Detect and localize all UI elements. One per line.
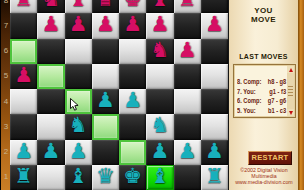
square-h5[interactable] [201,64,228,89]
right-frame [298,0,304,190]
square-a7[interactable] [10,13,37,38]
white-pawn[interactable]: ♟ [123,90,142,113]
square-a1[interactable]: ♜ [10,165,37,190]
black-rook[interactable]: ♜ [14,0,33,12]
square-d7[interactable]: ♟ [92,13,119,38]
square-g5[interactable] [174,64,201,89]
square-e7[interactable]: ♟ [119,13,146,38]
chess-app-window: 87654321 ♜♞♝♛♚♝♜♟♟♟♟♟♟♞♟♟♟♟♞♞♟♟♟♟♟♟♜♝♛♚♝… [0,0,304,190]
square-f1[interactable]: ♝ [146,165,173,190]
last-moves-title: LAST MOVES [229,53,298,60]
turn-line-2: MOVE [229,16,298,25]
square-e2[interactable] [119,140,146,165]
turn-indicator: YOU MOVE [229,7,298,24]
black-pawn[interactable]: ♟ [96,14,115,37]
square-g8[interactable]: ♜ [174,0,201,13]
square-e3[interactable] [119,114,146,139]
square-b1[interactable] [37,165,64,190]
move-player-label: 8. Comp: [237,77,261,87]
scroll-up-button[interactable] [287,66,294,73]
white-knight[interactable]: ♞ [69,115,88,138]
move-list-scrollbar[interactable] [287,66,294,116]
square-d6[interactable] [92,39,119,64]
white-pawn[interactable]: ♟ [150,141,169,164]
square-g4[interactable] [174,89,201,114]
white-queen[interactable]: ♛ [96,166,115,189]
rank-label-3: 3 [1,123,10,131]
square-c6[interactable] [65,39,92,64]
restart-button[interactable]: RESTART [248,151,292,165]
white-king[interactable]: ♚ [123,166,142,189]
square-b3[interactable] [37,114,64,139]
black-pawn[interactable]: ♟ [205,14,224,37]
white-rook[interactable]: ♜ [14,166,33,189]
square-h3[interactable] [201,114,228,139]
scroll-down-icon [289,111,293,115]
square-h6[interactable] [201,39,228,64]
scrollbar-thumb[interactable] [288,86,293,96]
move-notation: g7 - g6 [268,96,286,106]
white-pawn[interactable]: ♟ [178,141,197,164]
chess-board: ♜♞♝♛♚♝♜♟♟♟♟♟♟♞♟♟♟♟♞♞♟♟♟♟♟♟♜♝♛♚♝♜ [10,0,228,190]
rank-label-8: 8 [1,0,10,5]
white-bishop[interactable]: ♝ [69,166,88,189]
square-b8[interactable]: ♞ [37,0,64,13]
move-player-label: 5. You: [237,106,256,116]
square-h4[interactable] [201,89,228,114]
game-sidebar: YOU MOVE LAST MOVES 8. Comp:h8 - g87. Yo… [228,0,298,190]
square-f7[interactable]: ♟ [146,13,173,38]
square-b2[interactable]: ♟ [37,140,64,165]
black-pawn[interactable]: ♟ [69,14,88,37]
black-pawn[interactable]: ♟ [178,40,197,63]
white-pawn[interactable]: ♟ [205,141,224,164]
white-pawn[interactable]: ♟ [96,90,115,113]
black-pawn[interactable]: ♟ [123,14,142,37]
square-f5[interactable] [146,64,173,89]
square-e8[interactable]: ♚ [119,0,146,13]
square-d3[interactable] [92,114,119,139]
scrollbar-track[interactable] [287,73,294,109]
rank-label-7: 7 [1,22,10,30]
square-a6[interactable] [10,39,37,64]
white-pawn[interactable]: ♟ [41,141,60,164]
square-g6[interactable]: ♟ [174,39,201,64]
square-g1[interactable] [174,165,201,190]
white-rook[interactable]: ♜ [205,166,224,189]
rank-label-1: 1 [1,173,10,181]
square-a3[interactable] [10,114,37,139]
square-f3[interactable]: ♞ [146,114,173,139]
square-c3[interactable]: ♞ [65,114,92,139]
scroll-down-button[interactable] [287,109,294,116]
square-c7[interactable]: ♟ [65,13,92,38]
square-b5[interactable] [37,64,64,89]
black-knight[interactable]: ♞ [150,40,169,63]
square-a4[interactable] [10,89,37,114]
move-notation: h8 - g8 [268,77,286,87]
white-pawn[interactable]: ♟ [14,141,33,164]
square-a2[interactable]: ♟ [10,140,37,165]
black-pawn[interactable]: ♟ [14,65,33,88]
square-d4[interactable]: ♟ [92,89,119,114]
rank-label-4: 4 [1,98,10,106]
square-g2[interactable]: ♟ [174,140,201,165]
black-queen[interactable]: ♛ [96,0,115,12]
black-bishop[interactable]: ♝ [69,0,88,12]
move-row-7: 7. You:g1 - f3 [237,87,286,97]
white-pawn[interactable]: ♟ [69,141,88,164]
copyright-notice: ©2002 Digital Vision Multimedia www.medi… [229,167,300,185]
rank-label-5: 5 [1,72,10,80]
white-knight[interactable]: ♞ [150,115,169,138]
square-f8[interactable]: ♝ [146,0,173,13]
copyright-line-2: www.media-division.com [229,179,300,185]
move-notation: b1 - c3 [268,106,286,116]
move-player-label: 7. You: [237,87,256,97]
square-h2[interactable]: ♟ [201,140,228,165]
square-d1[interactable]: ♛ [92,165,119,190]
white-bishop[interactable]: ♝ [150,166,169,189]
square-f6[interactable]: ♞ [146,39,173,64]
square-a8[interactable]: ♜ [10,0,37,13]
square-b6[interactable] [37,39,64,64]
square-f4[interactable] [146,89,173,114]
square-f2[interactable]: ♟ [146,140,173,165]
black-pawn[interactable]: ♟ [41,14,60,37]
square-c8[interactable]: ♝ [65,0,92,13]
square-d5[interactable] [92,64,119,89]
square-c2[interactable]: ♟ [65,140,92,165]
move-row-5: 5. You:b1 - c3 [237,106,286,116]
black-bishop[interactable]: ♝ [150,0,169,12]
square-b7[interactable]: ♟ [37,13,64,38]
square-a5[interactable]: ♟ [10,64,37,89]
scroll-up-icon [289,68,293,72]
square-h8[interactable] [201,0,228,13]
rank-label-2: 2 [1,148,10,156]
move-player-label: 6. Comp: [237,96,261,106]
square-g3[interactable] [174,114,201,139]
square-d8[interactable]: ♛ [92,0,119,13]
square-h7[interactable]: ♟ [201,13,228,38]
square-e1[interactable]: ♚ [119,165,146,190]
square-h1[interactable]: ♜ [201,165,228,190]
move-history-box: 8. Comp:h8 - g87. You:g1 - f36. Comp:g7 … [233,64,296,118]
move-notation: g1 - f3 [269,87,286,97]
square-e6[interactable] [119,39,146,64]
square-d2[interactable] [92,140,119,165]
black-king[interactable]: ♚ [123,0,142,12]
board-left-frame: 87654321 [0,0,10,190]
mouse-cursor [70,98,79,111]
move-row-6: 6. Comp:g7 - g6 [237,96,286,106]
square-b4[interactable] [37,89,64,114]
black-knight[interactable]: ♞ [41,0,60,12]
square-c5[interactable] [65,64,92,89]
black-rook[interactable]: ♜ [178,0,197,12]
black-pawn[interactable]: ♟ [150,14,169,37]
square-e5[interactable] [119,64,146,89]
square-c1[interactable]: ♝ [65,165,92,190]
move-row-8: 8. Comp:h8 - g8 [237,77,286,87]
square-g7[interactable] [174,13,201,38]
rank-label-6: 6 [1,47,10,55]
copyright-line-1: ©2002 Digital Vision Multimedia [229,167,300,179]
square-e4[interactable]: ♟ [119,89,146,114]
